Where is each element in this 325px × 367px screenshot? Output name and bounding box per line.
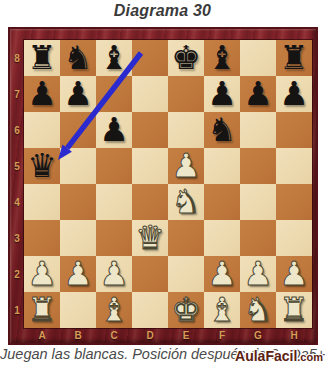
board-squares: ♜♞♝♚♝♜♟♟♟♟♟♟♞♛♟♞♛♟♟♟♟♟♟♜♝♚♝♞♜ [24, 40, 312, 328]
square-f8: ♝ [204, 40, 240, 76]
rank-label-6: 6 [10, 112, 24, 148]
page-title: Diagrama 30 [0, 2, 325, 20]
white-pawn: ♟ [279, 256, 309, 292]
square-h8: ♜ [276, 40, 312, 76]
square-e8: ♚ [168, 40, 204, 76]
file-label-c: C [96, 328, 132, 343]
white-king: ♚ [171, 292, 201, 328]
square-e7 [168, 76, 204, 112]
square-d6 [132, 112, 168, 148]
square-a7: ♟ [24, 76, 60, 112]
rank-label-2: 2 [10, 256, 24, 292]
black-pawn: ♟ [243, 76, 273, 112]
square-b7: ♟ [60, 76, 96, 112]
white-pawn: ♟ [207, 256, 237, 292]
square-c8: ♝ [96, 40, 132, 76]
rank-label-4: 4 [10, 184, 24, 220]
square-f3 [204, 220, 240, 256]
white-knight: ♞ [171, 184, 201, 220]
file-labels: ABCDEFGH [24, 328, 312, 343]
white-queen: ♛ [135, 220, 165, 256]
square-e5: ♟ [168, 148, 204, 184]
square-g2: ♟ [240, 256, 276, 292]
white-bishop: ♝ [207, 292, 237, 328]
white-bishop: ♝ [99, 292, 129, 328]
watermark-name: AulaFacil [235, 348, 297, 364]
square-b8: ♞ [60, 40, 96, 76]
square-b1 [60, 292, 96, 328]
square-b4 [60, 184, 96, 220]
square-h1: ♜ [276, 292, 312, 328]
rank-label-8: 8 [10, 40, 24, 76]
black-bishop: ♝ [207, 40, 237, 76]
square-h3 [276, 220, 312, 256]
square-d5 [132, 148, 168, 184]
rank-label-5: 5 [10, 148, 24, 184]
black-rook: ♜ [27, 40, 57, 76]
square-g1: ♞ [240, 292, 276, 328]
square-b3 [60, 220, 96, 256]
square-f4 [204, 184, 240, 220]
rank-label-3: 3 [10, 220, 24, 256]
file-label-b: B [60, 328, 96, 343]
square-e2 [168, 256, 204, 292]
black-bishop: ♝ [99, 40, 129, 76]
square-g6 [240, 112, 276, 148]
square-g3 [240, 220, 276, 256]
black-pawn: ♟ [279, 76, 309, 112]
square-f5 [204, 148, 240, 184]
square-g8 [240, 40, 276, 76]
black-pawn: ♟ [207, 76, 237, 112]
black-queen: ♛ [27, 148, 57, 184]
aulafacil-watermark: AulaFacil.com [235, 349, 323, 364]
square-g4 [240, 184, 276, 220]
square-e3 [168, 220, 204, 256]
rank-label-7: 7 [10, 76, 24, 112]
square-c6: ♟ [96, 112, 132, 148]
square-a5: ♛ [24, 148, 60, 184]
black-pawn: ♟ [99, 112, 129, 148]
rank-label-1: 1 [10, 292, 24, 328]
white-pawn: ♟ [99, 256, 129, 292]
black-knight: ♞ [63, 40, 93, 76]
square-a2: ♟ [24, 256, 60, 292]
black-rook: ♜ [279, 40, 309, 76]
black-king: ♚ [171, 40, 201, 76]
file-label-f: F [204, 328, 240, 343]
file-label-e: E [168, 328, 204, 343]
square-h5 [276, 148, 312, 184]
file-label-h: H [276, 328, 312, 343]
file-label-a: A [24, 328, 60, 343]
square-e4: ♞ [168, 184, 204, 220]
white-rook: ♜ [27, 292, 57, 328]
square-c2: ♟ [96, 256, 132, 292]
square-d1 [132, 292, 168, 328]
square-f6: ♞ [204, 112, 240, 148]
square-a8: ♜ [24, 40, 60, 76]
square-e1: ♚ [168, 292, 204, 328]
white-knight: ♞ [243, 292, 273, 328]
square-c1: ♝ [96, 292, 132, 328]
square-b5 [60, 148, 96, 184]
square-f1: ♝ [204, 292, 240, 328]
file-label-g: G [240, 328, 276, 343]
square-h7: ♟ [276, 76, 312, 112]
square-d8 [132, 40, 168, 76]
square-b6 [60, 112, 96, 148]
white-pawn: ♟ [243, 256, 273, 292]
square-d7 [132, 76, 168, 112]
black-pawn: ♟ [27, 76, 57, 112]
square-a6 [24, 112, 60, 148]
square-c7 [96, 76, 132, 112]
chess-board: 87654321 ♜♞♝♚♝♜♟♟♟♟♟♟♞♛♟♞♛♟♟♟♟♟♟♜♝♚♝♞♜ A… [8, 27, 318, 345]
square-h6 [276, 112, 312, 148]
square-c3 [96, 220, 132, 256]
square-f2: ♟ [204, 256, 240, 292]
square-f7: ♟ [204, 76, 240, 112]
square-h4 [276, 184, 312, 220]
square-g7: ♟ [240, 76, 276, 112]
white-pawn: ♟ [27, 256, 57, 292]
square-b2: ♟ [60, 256, 96, 292]
white-pawn: ♟ [63, 256, 93, 292]
square-d4 [132, 184, 168, 220]
square-c4 [96, 184, 132, 220]
square-c5 [96, 148, 132, 184]
square-a4 [24, 184, 60, 220]
square-h2: ♟ [276, 256, 312, 292]
square-e6 [168, 112, 204, 148]
square-a1: ♜ [24, 292, 60, 328]
rank-labels: 87654321 [10, 40, 24, 328]
square-d3: ♛ [132, 220, 168, 256]
file-label-d: D [132, 328, 168, 343]
square-d2 [132, 256, 168, 292]
square-g5 [240, 148, 276, 184]
chess-diagram-page: Diagrama 30 87654321 ♜♞♝♚♝♜♟♟♟♟♟♟♞♛♟♞♛♟♟… [0, 0, 325, 367]
black-pawn: ♟ [63, 76, 93, 112]
black-knight: ♞ [207, 112, 237, 148]
square-a3 [24, 220, 60, 256]
white-pawn: ♟ [171, 148, 201, 184]
watermark-tld: .com [297, 351, 323, 363]
white-rook: ♜ [279, 292, 309, 328]
